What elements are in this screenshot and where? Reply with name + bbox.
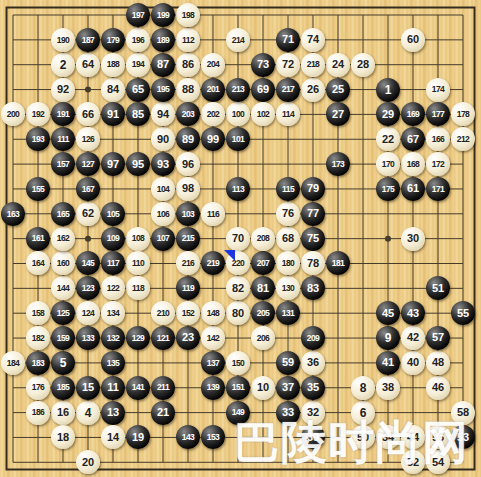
stone-black-159[interactable]: 159 [51, 326, 75, 350]
stone-black-193[interactable]: 193 [26, 127, 50, 151]
stone-white-64[interactable]: 64 [76, 53, 100, 77]
stone-white-166[interactable]: 166 [426, 127, 450, 151]
stone-black-125[interactable]: 125 [51, 301, 75, 325]
stone-white-98[interactable]: 98 [176, 177, 200, 201]
stone-black-173[interactable]: 173 [326, 152, 350, 176]
stone-white-50[interactable]: 50 [351, 425, 375, 449]
stone-white-46[interactable]: 46 [426, 376, 450, 400]
stone-white-92[interactable]: 92 [51, 78, 75, 102]
stone-white-8[interactable]: 8 [351, 376, 375, 400]
stone-black-161[interactable]: 161 [26, 227, 50, 251]
stone-black-167[interactable]: 167 [76, 177, 100, 201]
stone-black-81[interactable]: 81 [251, 276, 275, 300]
stone-white-214[interactable]: 214 [226, 28, 250, 52]
stone-white-74[interactable]: 74 [301, 28, 325, 52]
stone-black-131[interactable]: 131 [276, 301, 300, 325]
stone-white-194[interactable]: 194 [126, 53, 150, 77]
stone-white-16[interactable]: 16 [51, 401, 75, 425]
stone-white-212[interactable]: 212 [451, 127, 475, 151]
stone-black-151[interactable]: 151 [226, 376, 250, 400]
stone-black-175[interactable]: 175 [376, 177, 400, 201]
stone-black-215[interactable]: 215 [176, 227, 200, 251]
stone-black-35[interactable]: 35 [301, 376, 325, 400]
stone-white-162[interactable]: 162 [51, 227, 75, 251]
stone-black-113[interactable]: 113 [226, 177, 250, 201]
stone-white-158[interactable]: 158 [26, 301, 50, 325]
stone-black-195[interactable]: 195 [151, 78, 175, 102]
stone-white-18[interactable]: 18 [51, 425, 75, 449]
stone-white-26[interactable]: 26 [301, 78, 325, 102]
stone-black-201[interactable]: 201 [201, 78, 225, 102]
stone-white-216[interactable]: 216 [176, 251, 200, 275]
stone-black-73[interactable]: 73 [251, 53, 275, 77]
stone-white-14[interactable]: 14 [101, 425, 125, 449]
stone-white-66[interactable]: 66 [76, 102, 100, 126]
stone-white-190[interactable]: 190 [51, 28, 75, 52]
stone-black-11[interactable]: 11 [101, 376, 125, 400]
stone-white-58[interactable]: 58 [451, 401, 475, 425]
stone-white-20[interactable]: 20 [76, 450, 100, 474]
stone-white-32[interactable]: 32 [301, 401, 325, 425]
stone-white-144[interactable]: 144 [51, 276, 75, 300]
stone-black-1[interactable]: 1 [376, 78, 400, 102]
stone-white-172[interactable]: 172 [426, 152, 450, 176]
stone-white-142[interactable]: 142 [201, 326, 225, 350]
stone-white-152[interactable]: 152 [176, 301, 200, 325]
stone-black-5[interactable]: 5 [51, 351, 75, 375]
stone-white-176[interactable]: 176 [26, 376, 50, 400]
stone-black-109[interactable]: 109 [101, 227, 125, 251]
stone-black-13[interactable]: 13 [101, 401, 125, 425]
stone-black-43[interactable]: 43 [401, 301, 425, 325]
stone-black-219[interactable]: 219 [201, 251, 225, 275]
stone-white-104[interactable]: 104 [151, 177, 175, 201]
stone-black-85[interactable]: 85 [126, 102, 150, 126]
stone-black-177[interactable]: 177 [426, 102, 450, 126]
stone-black-187[interactable]: 187 [76, 28, 100, 52]
stone-black-69[interactable]: 69 [251, 78, 275, 102]
stone-black-93[interactable]: 93 [151, 152, 175, 176]
stone-black-132[interactable]: 132 [101, 326, 125, 350]
stone-black-199[interactable]: 199 [151, 3, 175, 27]
stone-black-57[interactable]: 57 [426, 326, 450, 350]
stone-white-2[interactable]: 2 [51, 53, 75, 77]
stone-black-77[interactable]: 77 [301, 202, 325, 226]
stone-black-61[interactable]: 61 [401, 177, 425, 201]
stone-white-72[interactable]: 72 [276, 53, 300, 77]
stone-white-62[interactable]: 62 [76, 202, 100, 226]
stone-white-36[interactable]: 36 [301, 351, 325, 375]
stone-white-126[interactable]: 126 [76, 127, 100, 151]
stone-white-218[interactable]: 218 [301, 53, 325, 77]
stone-white-116[interactable]: 116 [201, 202, 225, 226]
stone-white-134[interactable]: 134 [101, 301, 125, 325]
stone-black-25[interactable]: 25 [326, 78, 350, 102]
stone-white-202[interactable]: 202 [201, 102, 225, 126]
stone-white-40[interactable]: 40 [401, 351, 425, 375]
stone-black-121[interactable]: 121 [151, 326, 175, 350]
stone-white-76[interactable]: 76 [276, 202, 300, 226]
stone-black-101[interactable]: 101 [226, 127, 250, 151]
stone-white-130[interactable]: 130 [276, 276, 300, 300]
stone-white-110[interactable]: 110 [126, 251, 150, 275]
stone-black-211[interactable]: 211 [151, 376, 175, 400]
stone-white-108[interactable]: 108 [126, 227, 150, 251]
stone-black-209[interactable]: 209 [301, 326, 325, 350]
stone-black-197[interactable]: 197 [126, 3, 150, 27]
stone-white-122[interactable]: 122 [101, 276, 125, 300]
stone-black-155[interactable]: 155 [26, 177, 50, 201]
stone-black-103[interactable]: 103 [176, 202, 200, 226]
stone-white-6[interactable]: 6 [351, 401, 375, 425]
stone-black-191[interactable]: 191 [51, 102, 75, 126]
stone-black-179[interactable]: 179 [101, 28, 125, 52]
stone-black-205[interactable]: 205 [251, 301, 275, 325]
stone-white-178[interactable]: 178 [451, 102, 475, 126]
stone-black-23[interactable]: 23 [176, 326, 200, 350]
stone-black-71[interactable]: 71 [276, 28, 300, 52]
stone-white-24[interactable]: 24 [326, 53, 350, 77]
stone-black-41[interactable]: 41 [376, 351, 400, 375]
stone-black-107[interactable]: 107 [151, 227, 175, 251]
stone-black-83[interactable]: 83 [301, 276, 325, 300]
stone-black-213[interactable]: 213 [226, 78, 250, 102]
go-board[interactable]: 1245689101113141516181920212223242526272… [0, 0, 481, 477]
stone-white-86[interactable]: 86 [176, 53, 200, 77]
stone-black-137[interactable]: 137 [201, 351, 225, 375]
stone-black-129[interactable]: 129 [126, 326, 150, 350]
stone-white-164[interactable]: 164 [26, 251, 50, 275]
stone-black-141[interactable]: 141 [126, 376, 150, 400]
stone-white-168[interactable]: 168 [401, 152, 425, 176]
stone-black-135[interactable]: 135 [101, 351, 125, 375]
stone-white-22[interactable]: 22 [376, 127, 400, 151]
stone-black-37[interactable]: 37 [276, 376, 300, 400]
stone-white-90[interactable]: 90 [151, 127, 175, 151]
stone-black-89[interactable]: 89 [176, 127, 200, 151]
stone-black-153[interactable]: 153 [201, 425, 225, 449]
stone-black-189[interactable]: 189 [151, 28, 175, 52]
stone-black-19[interactable]: 19 [126, 425, 150, 449]
stone-white-30[interactable]: 30 [401, 227, 425, 251]
stone-white-192[interactable]: 192 [26, 102, 50, 126]
stone-white-208[interactable]: 208 [251, 227, 275, 251]
stone-black-55[interactable]: 55 [451, 301, 475, 325]
stone-white-206[interactable]: 206 [251, 326, 275, 350]
stone-black-65[interactable]: 65 [126, 78, 150, 102]
stones-layer[interactable]: 1245689101113141516181920212223242526272… [1, 3, 476, 475]
stone-white-188[interactable]: 188 [101, 53, 125, 77]
stone-black-105[interactable]: 105 [101, 202, 125, 226]
stone-black-39[interactable]: 39 [301, 425, 325, 449]
stone-black-119[interactable]: 119 [176, 276, 200, 300]
stone-black-133[interactable]: 133 [76, 326, 100, 350]
stone-black-53[interactable]: 53 [451, 425, 475, 449]
stone-black-157[interactable]: 157 [51, 152, 75, 176]
stone-white-88[interactable]: 88 [176, 78, 200, 102]
stone-black-9[interactable]: 9 [376, 326, 400, 350]
stone-black-29[interactable]: 29 [376, 102, 400, 126]
stone-white-56[interactable]: 56 [426, 425, 450, 449]
stone-white-124[interactable]: 124 [76, 301, 100, 325]
stone-white-180[interactable]: 180 [276, 251, 300, 275]
stone-white-170[interactable]: 170 [376, 152, 400, 176]
stone-white-28[interactable]: 28 [351, 53, 375, 77]
stone-black-111[interactable]: 111 [51, 127, 75, 151]
stone-black-21[interactable]: 21 [151, 401, 175, 425]
stone-black-87[interactable]: 87 [151, 53, 175, 77]
stone-white-94[interactable]: 94 [151, 102, 175, 126]
stone-black-91[interactable]: 91 [101, 102, 125, 126]
stone-white-68[interactable]: 68 [276, 227, 300, 251]
last-move-triangle-marker [224, 250, 235, 261]
stone-black-217[interactable]: 217 [276, 78, 300, 102]
stone-white-184[interactable]: 184 [1, 351, 25, 375]
stone-black-33[interactable]: 33 [276, 401, 300, 425]
stone-white-114[interactable]: 114 [276, 102, 300, 126]
stone-white-80[interactable]: 80 [226, 301, 250, 325]
stone-white-186[interactable]: 186 [26, 401, 50, 425]
stone-white-78[interactable]: 78 [301, 251, 325, 275]
stone-white-84[interactable]: 84 [101, 78, 125, 102]
stone-white-182[interactable]: 182 [26, 326, 50, 350]
stone-black-185[interactable]: 185 [51, 376, 75, 400]
stone-white-204[interactable]: 204 [201, 53, 225, 77]
stone-white-106[interactable]: 106 [151, 202, 175, 226]
stone-white-42[interactable]: 42 [401, 326, 425, 350]
stone-black-117[interactable]: 117 [101, 251, 125, 275]
stone-black-139[interactable]: 139 [201, 376, 225, 400]
stone-white-52[interactable]: 52 [401, 450, 425, 474]
stone-white-82[interactable]: 82 [226, 276, 250, 300]
stone-black-149[interactable]: 149 [226, 401, 250, 425]
stone-white-44[interactable]: 44 [401, 425, 425, 449]
stone-black-169[interactable]: 169 [401, 102, 425, 126]
stone-black-99[interactable]: 99 [201, 127, 225, 151]
stone-black-127[interactable]: 127 [76, 152, 100, 176]
stone-black-171[interactable]: 171 [426, 177, 450, 201]
stone-white-70[interactable]: 70 [226, 227, 250, 251]
stone-white-174[interactable]: 174 [426, 78, 450, 102]
stone-black-97[interactable]: 97 [101, 152, 125, 176]
stone-black-79[interactable]: 79 [301, 177, 325, 201]
stone-white-54[interactable]: 54 [426, 450, 450, 474]
stone-white-198[interactable]: 198 [176, 3, 200, 27]
stone-black-143[interactable]: 143 [176, 425, 200, 449]
stone-black-51[interactable]: 51 [426, 276, 450, 300]
stone-black-75[interactable]: 75 [301, 227, 325, 251]
stone-black-181[interactable]: 181 [326, 251, 350, 275]
stone-black-45[interactable]: 45 [376, 301, 400, 325]
stone-white-48[interactable]: 48 [426, 351, 450, 375]
stone-white-102[interactable]: 102 [251, 102, 275, 126]
stone-white-148[interactable]: 148 [201, 301, 225, 325]
stone-white-10[interactable]: 10 [251, 376, 275, 400]
stone-white-150[interactable]: 150 [226, 351, 250, 375]
stone-white-118[interactable]: 118 [126, 276, 150, 300]
stone-white-96[interactable]: 96 [176, 152, 200, 176]
stone-black-59[interactable]: 59 [276, 351, 300, 375]
stone-white-112[interactable]: 112 [176, 28, 200, 52]
stone-black-27[interactable]: 27 [326, 102, 350, 126]
stone-white-200[interactable]: 200 [1, 102, 25, 126]
stone-white-34[interactable]: 34 [376, 425, 400, 449]
stone-black-165[interactable]: 165 [51, 202, 75, 226]
stone-white-60[interactable]: 60 [401, 28, 425, 52]
stone-white-4[interactable]: 4 [76, 401, 100, 425]
stone-white-100[interactable]: 100 [226, 102, 250, 126]
stone-black-207[interactable]: 207 [251, 251, 275, 275]
stone-black-95[interactable]: 95 [126, 152, 150, 176]
stone-black-15[interactable]: 15 [76, 376, 100, 400]
stone-white-38[interactable]: 38 [376, 376, 400, 400]
stone-black-203[interactable]: 203 [176, 102, 200, 126]
stone-white-196[interactable]: 196 [126, 28, 150, 52]
stone-black-163[interactable]: 163 [1, 202, 25, 226]
stone-black-183[interactable]: 183 [26, 351, 50, 375]
stone-black-145[interactable]: 145 [76, 251, 100, 275]
stone-white-210[interactable]: 210 [151, 301, 175, 325]
stone-black-115[interactable]: 115 [276, 177, 300, 201]
stone-black-123[interactable]: 123 [76, 276, 100, 300]
stone-white-160[interactable]: 160 [51, 251, 75, 275]
stone-black-67[interactable]: 67 [401, 127, 425, 151]
